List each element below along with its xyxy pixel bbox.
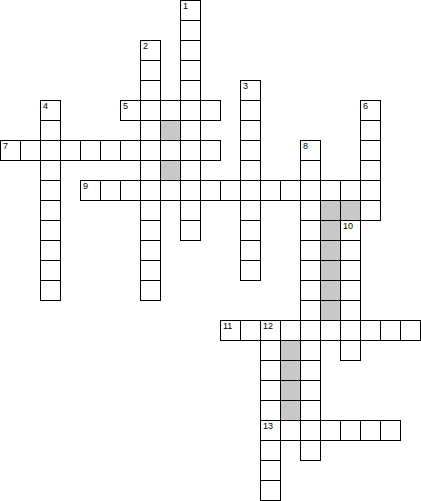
cell-r11-c15[interactable] (300, 220, 321, 241)
cell-r13-c15[interactable] (300, 260, 321, 281)
cell-r7-c2[interactable] (40, 140, 61, 161)
cell-r9-c5[interactable] (100, 180, 121, 201)
cell-r3-c7[interactable] (140, 60, 161, 81)
clue-number-2: 2 (143, 41, 148, 51)
cell-r7-c18[interactable] (360, 140, 381, 161)
cell-r9-c11[interactable] (220, 180, 241, 201)
cell-r20-c13[interactable] (260, 400, 281, 421)
cell-r2-c9[interactable] (180, 40, 201, 61)
cell-r9-c6[interactable] (120, 180, 141, 201)
cell-r17-c15[interactable] (300, 340, 321, 361)
clue-number-7: 7 (3, 141, 8, 151)
cell-r9-c14[interactable] (280, 180, 301, 201)
cell-r9-c7[interactable] (140, 180, 161, 201)
cell-r16-c13[interactable]: 12 (260, 320, 281, 341)
solution-cell-r10-c17[interactable] (340, 200, 361, 221)
cell-r16-c20[interactable] (400, 320, 421, 341)
cell-r18-c15[interactable] (300, 360, 321, 381)
cell-r6-c9[interactable] (180, 120, 201, 141)
cell-r13-c17[interactable] (340, 260, 361, 281)
cell-r16-c18[interactable] (360, 320, 381, 341)
cell-r16-c12[interactable] (240, 320, 261, 341)
solution-cell-r18-c14[interactable] (280, 360, 301, 381)
clue-number-6: 6 (363, 101, 368, 111)
cell-r12-c7[interactable] (140, 240, 161, 261)
solution-cell-r12-c16[interactable] (320, 240, 341, 261)
cell-r8-c7[interactable] (140, 160, 161, 181)
cell-r6-c7[interactable] (140, 120, 161, 141)
cell-r4-c9[interactable] (180, 80, 201, 101)
cell-r7-c15[interactable]: 8 (300, 140, 321, 161)
cell-r21-c14[interactable] (280, 420, 301, 441)
cell-r12-c2[interactable] (40, 240, 61, 261)
cell-r13-c7[interactable] (140, 260, 161, 281)
cell-r9-c13[interactable] (260, 180, 281, 201)
cell-r14-c2[interactable] (40, 280, 61, 301)
cell-r10-c12[interactable] (240, 200, 261, 221)
cell-r17-c13[interactable] (260, 340, 281, 361)
cell-r7-c0[interactable]: 7 (0, 140, 21, 161)
cell-r5-c6[interactable]: 5 (120, 100, 141, 121)
cell-r8-c2[interactable] (40, 160, 61, 181)
cell-r16-c14[interactable] (280, 320, 301, 341)
cell-r20-c15[interactable] (300, 400, 321, 421)
cell-r3-c9[interactable] (180, 60, 201, 81)
cell-r9-c9[interactable] (180, 180, 201, 201)
clue-number-10: 10 (343, 221, 353, 231)
cell-r5-c2[interactable]: 4 (40, 100, 61, 121)
cell-r7-c7[interactable] (140, 140, 161, 161)
cell-r15-c17[interactable] (340, 300, 361, 321)
cell-r11-c2[interactable] (40, 220, 61, 241)
cell-r16-c15[interactable] (300, 320, 321, 341)
cell-r9-c18[interactable] (360, 180, 381, 201)
cell-r7-c10[interactable] (200, 140, 221, 161)
cell-r14-c17[interactable] (340, 280, 361, 301)
clue-number-1: 1 (183, 1, 188, 11)
solution-cell-r14-c16[interactable] (320, 280, 341, 301)
cell-r7-c9[interactable] (180, 140, 201, 161)
cell-r12-c12[interactable] (240, 240, 261, 261)
cell-r6-c12[interactable] (240, 120, 261, 141)
solution-cell-r11-c16[interactable] (320, 220, 341, 241)
cell-r12-c17[interactable] (340, 240, 361, 261)
cell-r9-c4[interactable]: 9 (80, 180, 101, 201)
cell-r2-c7[interactable]: 2 (140, 40, 161, 61)
cell-r10-c15[interactable] (300, 200, 321, 221)
crossword-board: 12345678910111213 (0, 0, 421, 501)
cell-r9-c16[interactable] (320, 180, 341, 201)
cell-r15-c15[interactable] (300, 300, 321, 321)
cell-r7-c4[interactable] (80, 140, 101, 161)
clue-number-3: 3 (243, 81, 248, 91)
cell-r16-c19[interactable] (380, 320, 401, 341)
cell-r0-c9[interactable]: 1 (180, 0, 201, 21)
cell-r21-c15[interactable] (300, 420, 321, 441)
cell-r8-c9[interactable] (180, 160, 201, 181)
clue-number-11: 11 (223, 321, 232, 331)
cell-r11-c12[interactable] (240, 220, 261, 241)
solution-cell-r15-c16[interactable] (320, 300, 341, 321)
clue-number-13: 13 (263, 421, 273, 431)
cell-r8-c12[interactable] (240, 160, 261, 181)
cell-r7-c8[interactable] (160, 140, 181, 161)
cell-r19-c15[interactable] (300, 380, 321, 401)
cell-r13-c2[interactable] (40, 260, 61, 281)
clue-number-9: 9 (83, 181, 88, 191)
clue-number-5: 5 (123, 101, 128, 111)
cell-r9-c10[interactable] (200, 180, 221, 201)
cell-r10-c18[interactable] (360, 200, 381, 221)
cell-r11-c7[interactable] (140, 220, 161, 241)
cell-r10-c2[interactable] (40, 200, 61, 221)
cell-r21-c18[interactable] (360, 420, 381, 441)
cell-r17-c17[interactable] (340, 340, 361, 361)
cell-r7-c3[interactable] (60, 140, 81, 161)
solution-cell-r17-c14[interactable] (280, 340, 301, 361)
clue-number-8: 8 (303, 141, 308, 151)
cell-r8-c15[interactable] (300, 160, 321, 181)
cell-r5-c9[interactable] (180, 100, 201, 121)
cell-r24-c13[interactable] (260, 480, 281, 501)
clue-number-12: 12 (263, 321, 273, 331)
solution-cell-r20-c14[interactable] (280, 400, 301, 421)
cell-r22-c13[interactable] (260, 440, 281, 461)
cell-r14-c15[interactable] (300, 280, 321, 301)
cell-r5-c7[interactable] (140, 100, 161, 121)
cell-r9-c12[interactable] (240, 180, 261, 201)
solution-cell-r8-c8[interactable] (160, 160, 181, 181)
cell-r16-c17[interactable] (340, 320, 361, 341)
clue-number-4: 4 (43, 101, 48, 111)
cell-r6-c18[interactable] (360, 120, 381, 141)
cell-r5-c8[interactable] (160, 100, 181, 121)
cell-r12-c15[interactable] (300, 240, 321, 261)
cell-r5-c18[interactable]: 6 (360, 100, 381, 121)
cell-r19-c13[interactable] (260, 380, 281, 401)
cell-r7-c5[interactable] (100, 140, 121, 161)
cell-r4-c7[interactable] (140, 80, 161, 101)
cell-r22-c15[interactable] (300, 440, 321, 461)
cell-r13-c12[interactable] (240, 260, 261, 281)
solution-cell-r19-c14[interactable] (280, 380, 301, 401)
cell-r4-c12[interactable]: 3 (240, 80, 261, 101)
cell-r8-c18[interactable] (360, 160, 381, 181)
cell-r11-c9[interactable] (180, 220, 201, 241)
cell-r7-c1[interactable] (20, 140, 41, 161)
cell-r11-c17[interactable]: 10 (340, 220, 361, 241)
cell-r21-c17[interactable] (340, 420, 361, 441)
cell-r14-c7[interactable] (140, 280, 161, 301)
cell-r9-c2[interactable] (40, 180, 61, 201)
cell-r16-c11[interactable]: 11 (220, 320, 241, 341)
cell-r10-c9[interactable] (180, 200, 201, 221)
cell-r9-c8[interactable] (160, 180, 181, 201)
cell-r16-c16[interactable] (320, 320, 341, 341)
solution-cell-r6-c8[interactable] (160, 120, 181, 141)
cell-r10-c7[interactable] (140, 200, 161, 221)
cell-r1-c9[interactable] (180, 20, 201, 41)
solution-cell-r13-c16[interactable] (320, 260, 341, 281)
cell-r7-c12[interactable] (240, 140, 261, 161)
cell-r5-c12[interactable] (240, 100, 261, 121)
cell-r6-c2[interactable] (40, 120, 61, 141)
cell-r5-c10[interactable] (200, 100, 221, 121)
cell-r23-c13[interactable] (260, 460, 281, 481)
cell-r9-c17[interactable] (340, 180, 361, 201)
cell-r18-c13[interactable] (260, 360, 281, 381)
cell-r21-c19[interactable] (380, 420, 401, 441)
crossword-page: 12345678910111213 (0, 0, 421, 501)
cell-r21-c16[interactable] (320, 420, 341, 441)
cell-r9-c15[interactable] (300, 180, 321, 201)
cell-r21-c13[interactable]: 13 (260, 420, 281, 441)
cell-r7-c6[interactable] (120, 140, 141, 161)
solution-cell-r10-c16[interactable] (320, 200, 341, 221)
